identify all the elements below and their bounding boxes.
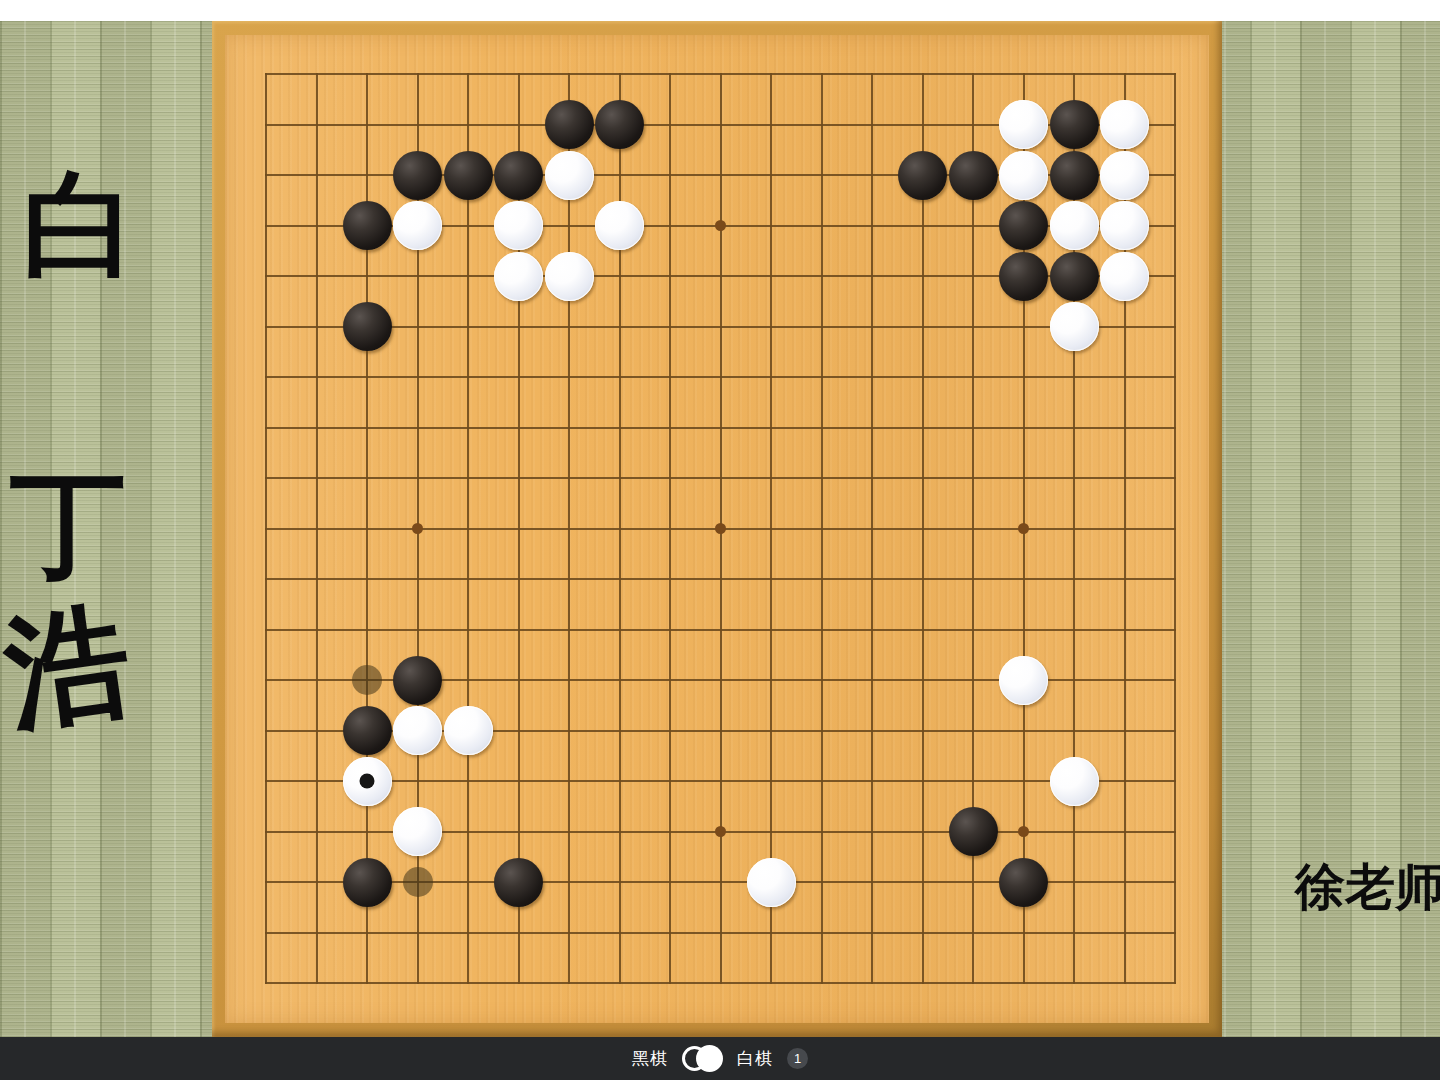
white-stone (393, 201, 442, 250)
black-stone (999, 201, 1048, 250)
go-board[interactable] (212, 21, 1222, 1037)
grid-line-horizontal (265, 932, 1176, 934)
star-point (1018, 826, 1029, 837)
black-stone (949, 807, 998, 856)
grid-line-horizontal (265, 780, 1176, 782)
white-stone (1050, 201, 1099, 250)
grid-line-vertical (922, 73, 924, 984)
stone-color-toggle[interactable] (682, 1045, 723, 1072)
black-stone (494, 858, 543, 907)
tatami-background: 白 丁 浩 徐老师围 (0, 21, 1440, 1037)
star-point (412, 523, 423, 534)
caption-player-name-char2: 浩 (0, 597, 138, 737)
grid-line-horizontal (265, 629, 1176, 631)
white-stone (393, 706, 442, 755)
black-stone (393, 151, 442, 200)
grid-line-vertical (770, 73, 772, 984)
black-stone (343, 706, 392, 755)
black-stone (343, 201, 392, 250)
star-point (1018, 523, 1029, 534)
black-stone (898, 151, 947, 200)
count-badge: 1 (787, 1048, 808, 1069)
grid-line-horizontal (265, 982, 1176, 984)
black-stones-label: 黑棋 (632, 1047, 668, 1070)
white-stone (595, 201, 644, 250)
grid-line-vertical (1174, 73, 1176, 984)
white-stones-label: 白棋 (737, 1047, 773, 1070)
top-white-strip (0, 0, 1440, 21)
black-stone (545, 100, 594, 149)
white-stone (545, 151, 594, 200)
white-stone (1100, 252, 1149, 301)
black-stone (343, 858, 392, 907)
black-stone (343, 302, 392, 351)
star-point (715, 220, 726, 231)
white-stone (494, 252, 543, 301)
white-stone (1100, 201, 1149, 250)
toggle-knob-icon (696, 1045, 723, 1072)
teacher-caption: 徐老师围 (1295, 857, 1440, 917)
white-stone (545, 252, 594, 301)
black-stone (444, 151, 493, 200)
caption-white-color-char: 白 (22, 167, 138, 283)
white-stone (1100, 151, 1149, 200)
black-stone (393, 656, 442, 705)
black-stone (1050, 151, 1099, 200)
white-stone (1050, 757, 1099, 806)
screen: 白 丁 浩 徐老师围 黑棋 白棋 1 (0, 0, 1440, 1080)
white-stone (999, 656, 1048, 705)
white-stone (343, 757, 392, 806)
black-stone (595, 100, 644, 149)
caption-player-name-char1: 丁 (10, 467, 126, 583)
ghost-dot-marker (352, 665, 382, 695)
white-stone (444, 706, 493, 755)
black-stone (494, 151, 543, 200)
black-stone (999, 858, 1048, 907)
grid-line-horizontal (265, 578, 1176, 580)
white-stone (494, 201, 543, 250)
black-stone (1050, 252, 1099, 301)
black-stone (1050, 100, 1099, 149)
star-point (715, 826, 726, 837)
black-stone (999, 252, 1048, 301)
white-stone (1050, 302, 1099, 351)
white-stone (747, 858, 796, 907)
star-point (715, 523, 726, 534)
white-stone (1100, 100, 1149, 149)
grid-line-vertical (871, 73, 873, 984)
white-stone (393, 807, 442, 856)
teacher-caption-text: 徐老师 (1295, 859, 1440, 915)
bottom-toolbar: 黑棋 白棋 1 (0, 1037, 1440, 1080)
black-stone (949, 151, 998, 200)
white-stone (999, 100, 1048, 149)
grid-line-vertical (821, 73, 823, 984)
ghost-dot-marker (403, 867, 433, 897)
last-move-marker (360, 774, 375, 789)
white-stone (999, 151, 1048, 200)
